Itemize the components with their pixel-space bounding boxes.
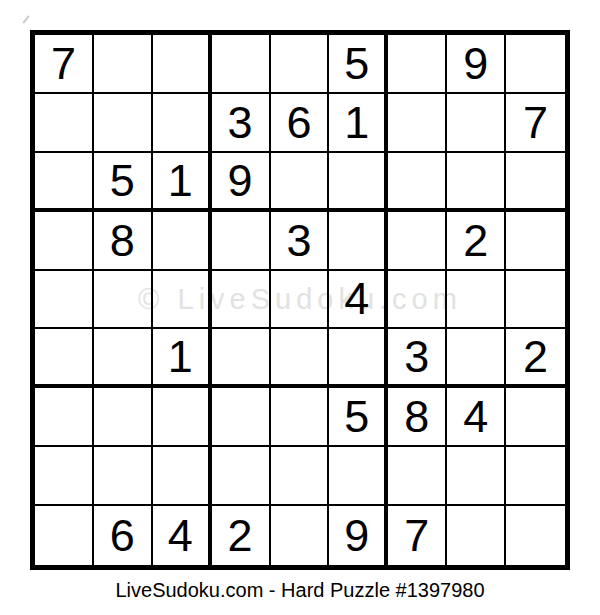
- sudoku-grid: 7593617519832413258464297: [35, 35, 565, 565]
- cell-r3c2[interactable]: 5: [94, 153, 153, 212]
- cell-r3c1[interactable]: [35, 153, 94, 212]
- cell-r1c7[interactable]: [388, 35, 447, 94]
- cell-r2c1[interactable]: [35, 94, 94, 153]
- cell-r8c4[interactable]: [212, 447, 271, 506]
- cell-r9c1[interactable]: [35, 506, 94, 565]
- cell-r1c4[interactable]: [212, 35, 271, 94]
- cell-r2c5[interactable]: 6: [271, 94, 330, 153]
- cell-r9c9[interactable]: [506, 506, 565, 565]
- cell-r8c6[interactable]: [329, 447, 388, 506]
- cell-r8c8[interactable]: [447, 447, 506, 506]
- cell-r3c3[interactable]: 1: [153, 153, 212, 212]
- cell-r4c1[interactable]: [35, 212, 94, 271]
- sudoku-board: © LiveSudoku.com 75936175198324132584642…: [30, 30, 570, 570]
- cell-r6c4[interactable]: [212, 329, 271, 388]
- cell-r8c1[interactable]: [35, 447, 94, 506]
- cell-r6c8[interactable]: [447, 329, 506, 388]
- cell-r8c2[interactable]: [94, 447, 153, 506]
- cell-r5c2[interactable]: [94, 271, 153, 330]
- cell-r1c8[interactable]: 9: [447, 35, 506, 94]
- cell-r5c7[interactable]: [388, 271, 447, 330]
- cell-r7c7[interactable]: 8: [388, 388, 447, 447]
- cell-r7c4[interactable]: [212, 388, 271, 447]
- corner-artifact: [22, 15, 29, 23]
- cell-r2c6[interactable]: 1: [329, 94, 388, 153]
- cell-r2c3[interactable]: [153, 94, 212, 153]
- cell-r5c1[interactable]: [35, 271, 94, 330]
- cell-r5c9[interactable]: [506, 271, 565, 330]
- cell-r2c8[interactable]: [447, 94, 506, 153]
- cell-r4c4[interactable]: [212, 212, 271, 271]
- cell-r9c4[interactable]: 2: [212, 506, 271, 565]
- caption: LiveSudoku.com - Hard Puzzle #1397980: [0, 579, 600, 602]
- cell-r3c9[interactable]: [506, 153, 565, 212]
- cell-r3c4[interactable]: 9: [212, 153, 271, 212]
- cell-r4c7[interactable]: [388, 212, 447, 271]
- cell-r9c8[interactable]: [447, 506, 506, 565]
- cell-r4c5[interactable]: 3: [271, 212, 330, 271]
- cell-r6c6[interactable]: [329, 329, 388, 388]
- cell-r5c8[interactable]: [447, 271, 506, 330]
- cell-r6c7[interactable]: 3: [388, 329, 447, 388]
- cell-r1c3[interactable]: [153, 35, 212, 94]
- cell-r4c8[interactable]: 2: [447, 212, 506, 271]
- cell-r3c7[interactable]: [388, 153, 447, 212]
- cell-r5c5[interactable]: [271, 271, 330, 330]
- cell-r9c7[interactable]: 7: [388, 506, 447, 565]
- cell-r2c9[interactable]: 7: [506, 94, 565, 153]
- cell-r3c5[interactable]: [271, 153, 330, 212]
- cell-r8c9[interactable]: [506, 447, 565, 506]
- cell-r6c3[interactable]: 1: [153, 329, 212, 388]
- cell-r8c5[interactable]: [271, 447, 330, 506]
- cell-r4c9[interactable]: [506, 212, 565, 271]
- cell-r6c9[interactable]: 2: [506, 329, 565, 388]
- cell-r3c6[interactable]: [329, 153, 388, 212]
- cell-r6c5[interactable]: [271, 329, 330, 388]
- cell-r6c1[interactable]: [35, 329, 94, 388]
- cell-r4c3[interactable]: [153, 212, 212, 271]
- cell-r8c3[interactable]: [153, 447, 212, 506]
- cell-r2c2[interactable]: [94, 94, 153, 153]
- cell-r7c2[interactable]: [94, 388, 153, 447]
- cell-r1c6[interactable]: 5: [329, 35, 388, 94]
- cell-r9c3[interactable]: 4: [153, 506, 212, 565]
- cell-r7c1[interactable]: [35, 388, 94, 447]
- page: © LiveSudoku.com 75936175198324132584642…: [0, 0, 600, 615]
- cell-r1c5[interactable]: [271, 35, 330, 94]
- cell-r9c5[interactable]: [271, 506, 330, 565]
- cell-r5c4[interactable]: [212, 271, 271, 330]
- cell-r5c6[interactable]: 4: [329, 271, 388, 330]
- cell-r1c2[interactable]: [94, 35, 153, 94]
- cell-r2c7[interactable]: [388, 94, 447, 153]
- cell-r6c2[interactable]: [94, 329, 153, 388]
- cell-r9c2[interactable]: 6: [94, 506, 153, 565]
- cell-r7c6[interactable]: 5: [329, 388, 388, 447]
- cell-r1c9[interactable]: [506, 35, 565, 94]
- cell-r7c9[interactable]: [506, 388, 565, 447]
- cell-r5c3[interactable]: [153, 271, 212, 330]
- cell-r1c1[interactable]: 7: [35, 35, 94, 94]
- cell-r9c6[interactable]: 9: [329, 506, 388, 565]
- cell-r7c5[interactable]: [271, 388, 330, 447]
- cell-r3c8[interactable]: [447, 153, 506, 212]
- cell-r4c6[interactable]: [329, 212, 388, 271]
- cell-r2c4[interactable]: 3: [212, 94, 271, 153]
- cell-r7c8[interactable]: 4: [447, 388, 506, 447]
- cell-r8c7[interactable]: [388, 447, 447, 506]
- cell-r4c2[interactable]: 8: [94, 212, 153, 271]
- cell-r7c3[interactable]: [153, 388, 212, 447]
